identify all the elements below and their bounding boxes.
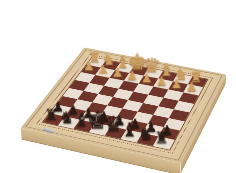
piece-black-knight: ♞ xyxy=(59,109,74,126)
piece-white-pawn: ♟ xyxy=(97,63,108,75)
piece-black-rook: ♜ xyxy=(155,131,169,147)
piece-white-pawn: ♟ xyxy=(112,66,123,79)
piece-black-rook: ♜ xyxy=(44,107,58,123)
piece-black-knight: ♞ xyxy=(138,126,153,143)
piece-white-pawn: ♟ xyxy=(83,60,94,72)
piece-white-pawn: ♟ xyxy=(141,71,152,84)
piece-white-pawn: ♟ xyxy=(186,80,198,93)
piece-white-pawn: ♟ xyxy=(156,74,167,87)
product-photo-scene: ♜♞♝♚♛♝♞♜♟♟♟♟♟♟♟♟♟♟♟♟♟♟♟♟♜♞♝♚♛♝♞♜ xyxy=(0,0,236,173)
square-a8: ♜ xyxy=(153,136,175,149)
piece-black-bishop: ♝ xyxy=(121,120,138,139)
piece-white-pawn: ♟ xyxy=(171,77,182,90)
piece-white-pawn: ♟ xyxy=(126,69,137,82)
